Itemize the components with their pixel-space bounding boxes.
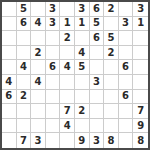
cell-r10c2[interactable]: 7 [17,133,32,148]
cell-r10c9[interactable] [119,133,134,148]
cell-r6c6[interactable] [75,75,90,90]
cell-r9c1[interactable] [2,119,17,134]
cell-r4c4[interactable] [46,46,61,61]
cell-r9c8[interactable] [104,119,119,134]
cell-r3c4[interactable] [46,31,61,46]
cell-r10c6[interactable]: 9 [75,133,90,148]
cell-r1c3[interactable] [31,2,46,17]
cell-r5c3[interactable] [31,60,46,75]
cell-r5c5[interactable]: 4 [60,60,75,75]
cell-r4c9[interactable] [119,46,134,61]
cell-r7c9[interactable]: 6 [119,90,134,105]
cell-r7c6[interactable] [75,90,90,105]
cell-r8c2[interactable] [17,104,32,119]
cell-r3c7[interactable]: 6 [90,31,105,46]
cell-r7c2[interactable]: 2 [17,90,32,105]
cell-r1c7[interactable]: 6 [90,2,105,17]
cell-r9c10[interactable]: 9 [133,119,148,134]
cell-r3c2[interactable] [17,31,32,46]
cell-r4c8[interactable]: 2 [104,46,119,61]
cell-r7c10[interactable] [133,90,148,105]
cell-r10c7[interactable]: 3 [90,133,105,148]
cell-r10c5[interactable] [60,133,75,148]
cell-r8c7[interactable] [90,104,105,119]
cell-r2c10[interactable]: 1 [133,17,148,32]
cell-r6c1[interactable]: 4 [2,75,17,90]
cell-r5c9[interactable]: 6 [119,60,134,75]
cell-r7c7[interactable] [90,90,105,105]
cell-r5c6[interactable]: 5 [75,60,90,75]
cell-r1c6[interactable]: 3 [75,2,90,17]
cell-r7c3[interactable] [31,90,46,105]
cell-r10c8[interactable]: 8 [104,133,119,148]
cell-r7c4[interactable] [46,90,61,105]
cell-r10c4[interactable] [46,133,61,148]
cell-r9c9[interactable] [119,119,134,134]
cell-r6c3[interactable]: 4 [31,75,46,90]
cell-r9c4[interactable] [46,119,61,134]
cell-r4c7[interactable] [90,46,105,61]
cell-r2c1[interactable] [2,17,17,32]
cell-r8c1[interactable] [2,104,17,119]
cell-r10c1[interactable] [2,133,17,148]
cell-r4c10[interactable] [133,46,148,61]
cell-r5c1[interactable] [2,60,17,75]
cell-r1c2[interactable]: 5 [17,2,32,17]
cell-r3c9[interactable] [119,31,134,46]
cell-r4c2[interactable] [17,46,32,61]
cell-r5c8[interactable] [104,60,119,75]
cell-r3c5[interactable]: 2 [60,31,75,46]
cell-r6c10[interactable] [133,75,148,90]
cell-r7c8[interactable] [104,90,119,105]
cell-r3c8[interactable]: 5 [104,31,119,46]
cell-r6c5[interactable] [60,75,75,90]
cell-r7c5[interactable] [60,90,75,105]
cell-r3c1[interactable] [2,31,17,46]
cell-r5c10[interactable] [133,60,148,75]
cell-r1c8[interactable]: 2 [104,2,119,17]
cell-r8c5[interactable]: 7 [60,104,75,119]
cell-r2c8[interactable] [104,17,119,32]
cell-r9c7[interactable] [90,119,105,134]
cell-r9c5[interactable]: 4 [60,119,75,134]
cell-r1c4[interactable]: 3 [46,2,61,17]
cell-r6c7[interactable]: 3 [90,75,105,90]
cell-r10c10[interactable]: 8 [133,133,148,148]
cell-r8c10[interactable]: 7 [133,104,148,119]
cell-r1c10[interactable]: 3 [133,2,148,17]
cell-r5c4[interactable]: 6 [46,60,61,75]
cell-r2c6[interactable]: 1 [75,17,90,32]
cell-r8c8[interactable] [104,104,119,119]
cell-r6c8[interactable] [104,75,119,90]
cell-r3c6[interactable] [75,31,90,46]
cell-r2c5[interactable]: 1 [60,17,75,32]
cell-r4c1[interactable] [2,46,17,61]
cell-r6c2[interactable] [17,75,32,90]
cell-r2c7[interactable]: 5 [90,17,105,32]
cell-r4c5[interactable] [60,46,75,61]
cell-r2c4[interactable]: 3 [46,17,61,32]
cell-r10c3[interactable]: 3 [31,133,46,148]
cell-r3c10[interactable] [133,31,148,46]
cell-r5c2[interactable]: 4 [17,60,32,75]
cell-r4c6[interactable]: 4 [75,46,90,61]
cell-r1c5[interactable] [60,2,75,17]
cell-r8c6[interactable]: 2 [75,104,90,119]
cell-r4c3[interactable]: 2 [31,46,46,61]
cell-r8c9[interactable] [119,104,134,119]
cell-r2c9[interactable]: 3 [119,17,134,32]
cell-r9c3[interactable] [31,119,46,134]
cell-r8c3[interactable] [31,104,46,119]
cell-r7c1[interactable]: 6 [2,90,17,105]
cell-r9c6[interactable] [75,119,90,134]
cell-r2c3[interactable]: 4 [31,17,46,32]
cell-r9c2[interactable] [17,119,32,134]
cell-r1c9[interactable] [119,2,134,17]
cell-r6c9[interactable] [119,75,134,90]
cell-r6c4[interactable] [46,75,61,90]
cell-r3c3[interactable] [31,31,46,46]
cell-r8c4[interactable] [46,104,61,119]
cell-r2c2[interactable]: 6 [17,17,32,32]
cell-r5c7[interactable] [90,60,105,75]
cell-r1c1[interactable] [2,2,17,17]
sudoku-board: 5336236431153126524246456443626727497393… [0,0,150,150]
